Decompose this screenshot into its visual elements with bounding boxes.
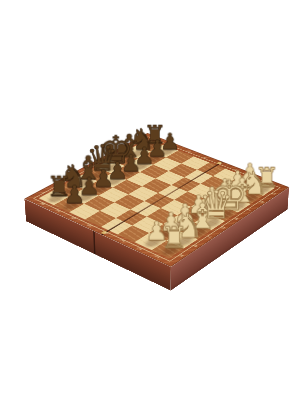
- hinge-icon: [101, 231, 108, 235]
- product-photo: aa88bb77cc66dd55ee44ff33gg22hh11 ♜♞♝♛♚♝♞…: [0, 0, 301, 400]
- wall-fold-seam: [93, 231, 95, 255]
- black-pawn-a7: ♟: [54, 197, 84, 212]
- white-rook-a1: ♜: [152, 241, 184, 259]
- board-top-face: aa88bb77cc66dd55ee44ff33gg22hh11 ♜♞♝♛♚♝♞…: [24, 133, 289, 267]
- chess-board: aa88bb77cc66dd55ee44ff33gg22hh11 ♜♞♝♛♚♝♞…: [24, 133, 289, 267]
- pawn-icon: ♟: [55, 182, 95, 207]
- rook-icon: ♜: [153, 223, 196, 253]
